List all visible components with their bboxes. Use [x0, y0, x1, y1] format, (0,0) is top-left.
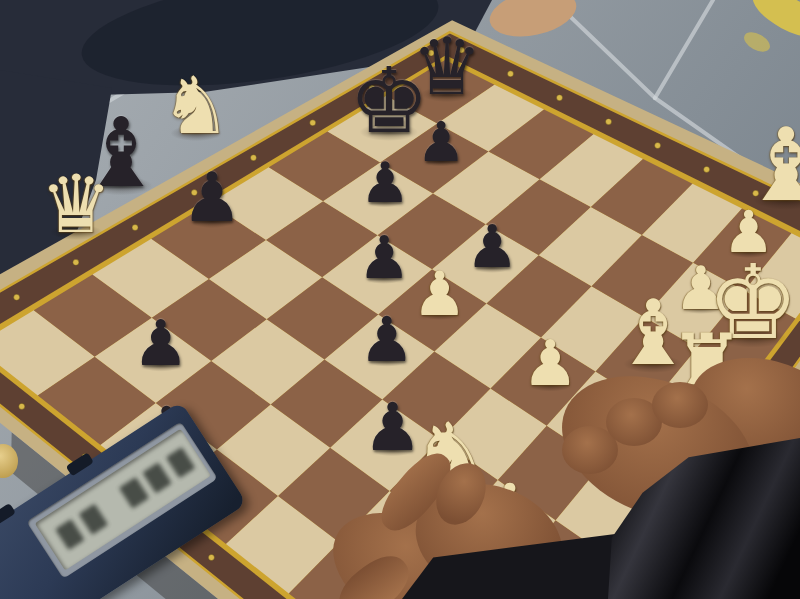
clock-digit — [78, 504, 107, 535]
captured-white-queen[interactable]: ♛ — [40, 165, 112, 245]
clock-digit — [55, 519, 84, 550]
captured-white-knight[interactable]: ♞ — [161, 67, 232, 146]
captured-black-pawn[interactable]: ♟ — [182, 164, 243, 232]
clock-digit — [119, 477, 148, 508]
piece-white-pawn-e5[interactable]: ♟ — [412, 263, 467, 324]
photo-scene: ♚♛♟♟♟♟♟♟♟♟♟♟♟♟♟♞♝♜♚♛♞♝♝♟ chess — [0, 0, 800, 599]
piece-black-pawn-f5[interactable]: ♟ — [466, 217, 519, 276]
clock-digit — [166, 447, 195, 478]
piece-black-pawn-g7[interactable]: ♟ — [416, 115, 465, 170]
piece-black-pawn-d5[interactable]: ♟ — [359, 309, 415, 371]
piece-black-pawn-f7[interactable]: ♟ — [360, 155, 410, 211]
clock-digit — [143, 462, 172, 493]
piece-black-pawn-b7[interactable]: ♟ — [133, 312, 189, 375]
piece-black-pawn-e6[interactable]: ♟ — [358, 229, 411, 288]
